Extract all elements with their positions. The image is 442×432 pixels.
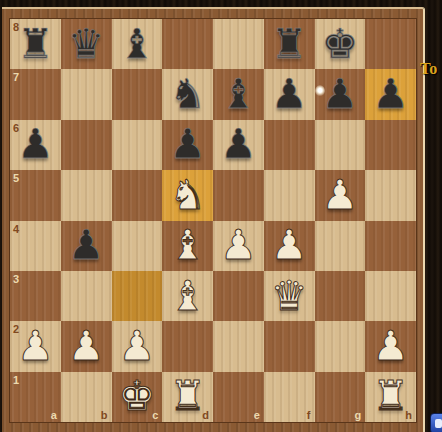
- square-d3[interactable]: ♝: [162, 271, 213, 321]
- white-bishop[interactable]: ♝: [169, 276, 206, 317]
- clipped-side-link[interactable]: To: [420, 60, 437, 78]
- square-c1[interactable]: c♚: [112, 372, 163, 422]
- square-e8[interactable]: [213, 19, 264, 69]
- square-d8[interactable]: [162, 19, 213, 69]
- file-label-g: g: [355, 409, 362, 421]
- square-g4[interactable]: [315, 221, 366, 271]
- square-b4[interactable]: ♟: [61, 221, 112, 271]
- blue-app-icon[interactable]: [430, 413, 442, 432]
- square-f3[interactable]: ♛: [264, 271, 315, 321]
- chess-app-window: { "game": "chess", "window": {"width": 4…: [0, 0, 442, 432]
- square-c3[interactable]: [112, 271, 163, 321]
- black-pawn[interactable]: ♟: [17, 124, 54, 165]
- black-pawn[interactable]: ♟: [169, 124, 206, 165]
- square-b5[interactable]: [61, 170, 112, 220]
- black-rook[interactable]: ♜: [17, 24, 54, 65]
- chess-board[interactable]: 8♜♛♝♜♚7♞♝♟♟♟6♟♟♟5♞♟4♟♝♟♟3♝♛2♟♟♟♟1abc♚d♜e…: [10, 19, 416, 422]
- rank-label-6: 6: [13, 122, 19, 134]
- square-c8[interactable]: ♝: [112, 19, 163, 69]
- white-pawn[interactable]: ♟: [68, 326, 105, 367]
- white-bishop[interactable]: ♝: [169, 225, 206, 266]
- black-rook[interactable]: ♜: [271, 24, 308, 65]
- black-bishop[interactable]: ♝: [220, 74, 257, 115]
- square-d4[interactable]: ♝: [162, 221, 213, 271]
- square-f7[interactable]: ♟: [264, 69, 315, 119]
- square-a6[interactable]: 6♟: [10, 120, 61, 170]
- square-f4[interactable]: ♟: [264, 221, 315, 271]
- black-king[interactable]: ♚: [321, 24, 358, 65]
- white-pawn[interactable]: ♟: [271, 225, 308, 266]
- white-pawn[interactable]: ♟: [17, 326, 54, 367]
- square-a7[interactable]: 7: [10, 69, 61, 119]
- black-pawn[interactable]: ♟: [321, 74, 358, 115]
- square-f5[interactable]: [264, 170, 315, 220]
- rank-label-2: 2: [13, 323, 19, 335]
- white-knight[interactable]: ♞: [169, 175, 206, 216]
- file-label-e: e: [254, 409, 260, 421]
- white-queen[interactable]: ♛: [271, 276, 308, 317]
- square-g6[interactable]: [315, 120, 366, 170]
- square-f8[interactable]: ♜: [264, 19, 315, 69]
- square-e5[interactable]: [213, 170, 264, 220]
- square-d1[interactable]: d♜: [162, 372, 213, 422]
- square-h6[interactable]: [365, 120, 416, 170]
- square-b8[interactable]: ♛: [61, 19, 112, 69]
- square-a4[interactable]: 4: [10, 221, 61, 271]
- square-a3[interactable]: 3: [10, 271, 61, 321]
- square-h4[interactable]: [365, 221, 416, 271]
- square-a2[interactable]: 2♟: [10, 321, 61, 371]
- rank-label-3: 3: [13, 273, 19, 285]
- square-g2[interactable]: [315, 321, 366, 371]
- square-d7[interactable]: ♞: [162, 69, 213, 119]
- square-b3[interactable]: [61, 271, 112, 321]
- square-h7[interactable]: ♟: [365, 69, 416, 119]
- square-c7[interactable]: [112, 69, 163, 119]
- file-label-d: d: [202, 409, 209, 421]
- black-pawn[interactable]: ♟: [372, 74, 409, 115]
- square-e6[interactable]: ♟: [213, 120, 264, 170]
- white-rook[interactable]: ♜: [372, 376, 409, 417]
- square-e4[interactable]: ♟: [213, 221, 264, 271]
- black-pawn[interactable]: ♟: [68, 225, 105, 266]
- rank-label-1: 1: [13, 374, 19, 386]
- rank-label-7: 7: [13, 71, 19, 83]
- square-f6[interactable]: [264, 120, 315, 170]
- square-d5[interactable]: ♞: [162, 170, 213, 220]
- square-c5[interactable]: [112, 170, 163, 220]
- square-a5[interactable]: 5: [10, 170, 61, 220]
- square-a8[interactable]: 8♜: [10, 19, 61, 69]
- rank-label-4: 4: [13, 223, 19, 235]
- file-label-b: b: [101, 409, 108, 421]
- file-label-c: c: [152, 409, 158, 421]
- square-e3[interactable]: [213, 271, 264, 321]
- white-pawn[interactable]: ♟: [118, 326, 155, 367]
- black-bishop[interactable]: ♝: [118, 24, 155, 65]
- rank-label-8: 8: [13, 21, 19, 33]
- square-d6[interactable]: ♟: [162, 120, 213, 170]
- square-h2[interactable]: ♟: [365, 321, 416, 371]
- black-knight[interactable]: ♞: [169, 74, 206, 115]
- white-pawn[interactable]: ♟: [220, 225, 257, 266]
- square-g5[interactable]: ♟: [315, 170, 366, 220]
- square-c6[interactable]: [112, 120, 163, 170]
- square-h8[interactable]: [365, 19, 416, 69]
- square-a1[interactable]: 1a: [10, 372, 61, 422]
- square-f2[interactable]: [264, 321, 315, 371]
- file-label-a: a: [51, 409, 57, 421]
- square-e7[interactable]: ♝: [213, 69, 264, 119]
- file-label-h: h: [405, 409, 412, 421]
- square-b6[interactable]: [61, 120, 112, 170]
- white-pawn[interactable]: ♟: [321, 175, 358, 216]
- square-e2[interactable]: [213, 321, 264, 371]
- square-b2[interactable]: ♟: [61, 321, 112, 371]
- square-g8[interactable]: ♚: [315, 19, 366, 69]
- square-f1[interactable]: f: [264, 372, 315, 422]
- black-pawn[interactable]: ♟: [271, 74, 308, 115]
- square-h1[interactable]: h♜: [365, 372, 416, 422]
- square-h5[interactable]: [365, 170, 416, 220]
- square-b7[interactable]: [61, 69, 112, 119]
- square-c2[interactable]: ♟: [112, 321, 163, 371]
- square-b1[interactable]: b: [61, 372, 112, 422]
- square-d2[interactable]: [162, 321, 213, 371]
- white-pawn[interactable]: ♟: [372, 326, 409, 367]
- square-e1[interactable]: e: [213, 372, 264, 422]
- black-pawn[interactable]: ♟: [220, 124, 257, 165]
- square-h3[interactable]: [365, 271, 416, 321]
- white-king[interactable]: ♚: [118, 376, 155, 417]
- square-c4[interactable]: [112, 221, 163, 271]
- white-rook[interactable]: ♜: [169, 376, 206, 417]
- square-g1[interactable]: g: [315, 372, 366, 422]
- rank-label-5: 5: [13, 172, 19, 184]
- file-label-f: f: [307, 409, 311, 421]
- cursor-glint: [315, 85, 325, 97]
- square-g3[interactable]: [315, 271, 366, 321]
- black-queen[interactable]: ♛: [68, 24, 105, 65]
